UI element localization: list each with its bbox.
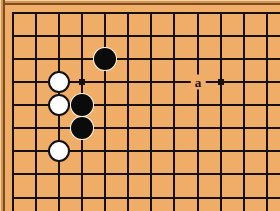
grid-line-vertical [104,12,106,211]
grid-line-vertical [127,12,129,211]
black-stone [71,117,93,139]
grid-line-vertical [173,12,175,211]
point-label-a: a [191,75,206,90]
grid-line-horizontal [12,197,280,199]
grid-line-vertical [12,12,14,211]
board-frame-left-edge [3,0,5,211]
white-stone [48,94,70,116]
go-board: a [0,0,280,211]
white-stone [48,71,70,93]
grid-line-horizontal [12,173,280,175]
grid-line-vertical [220,12,222,211]
grid-line-horizontal [12,35,280,37]
black-stone [71,94,93,116]
grid-line-horizontal [12,58,280,60]
grid-line-vertical [150,12,152,211]
grid-line-horizontal [12,127,280,129]
grid-line-vertical [243,12,245,211]
grid-line-vertical [266,12,268,211]
grid-line-vertical [35,12,37,211]
black-stone [94,48,116,70]
board-frame-top-edge [0,3,280,5]
white-stone [48,140,70,162]
grid-line-horizontal [12,12,280,14]
star-point-marker [79,79,85,85]
grid-line-vertical [197,12,199,211]
star-point-marker [218,79,224,85]
